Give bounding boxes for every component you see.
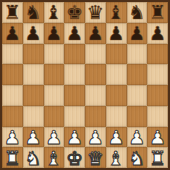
- black-bishop[interactable]: ♝: [45, 2, 62, 22]
- square[interactable]: ♟: [106, 23, 127, 44]
- square[interactable]: ♟: [64, 127, 85, 148]
- black-queen[interactable]: ♛: [87, 2, 104, 22]
- square[interactable]: [2, 85, 23, 106]
- white-bishop[interactable]: ♝: [45, 147, 62, 167]
- square[interactable]: [64, 64, 85, 85]
- black-pawn[interactable]: ♟: [4, 23, 21, 43]
- square[interactable]: ♟: [44, 23, 65, 44]
- white-pawn[interactable]: ♟: [108, 126, 125, 146]
- white-knight[interactable]: ♞: [25, 147, 42, 167]
- black-knight[interactable]: ♞: [25, 2, 42, 22]
- square[interactable]: ♚: [64, 2, 85, 23]
- square[interactable]: [85, 85, 106, 106]
- square[interactable]: [64, 44, 85, 65]
- black-pawn[interactable]: ♟: [108, 23, 125, 43]
- black-pawn[interactable]: ♟: [128, 23, 145, 43]
- black-pawn[interactable]: ♟: [45, 23, 62, 43]
- square[interactable]: ♞: [23, 2, 44, 23]
- square[interactable]: ♜: [2, 2, 23, 23]
- square[interactable]: ♟: [127, 23, 148, 44]
- square[interactable]: [23, 106, 44, 127]
- square[interactable]: [2, 64, 23, 85]
- square[interactable]: [44, 44, 65, 65]
- square[interactable]: ♟: [85, 23, 106, 44]
- white-pawn[interactable]: ♟: [25, 126, 42, 146]
- square[interactable]: ♟: [106, 127, 127, 148]
- square[interactable]: [44, 64, 65, 85]
- square[interactable]: [85, 106, 106, 127]
- chess-board: ♜♞♝♚♛♝♞♜♟♟♟♟♟♟♟♟♟♟♟♟♟♟♟♟♜♞♝♚♛♝♞♜: [0, 0, 170, 170]
- square[interactable]: [44, 85, 65, 106]
- white-pawn[interactable]: ♟: [45, 126, 62, 146]
- square[interactable]: [64, 106, 85, 127]
- square[interactable]: ♞: [127, 147, 148, 168]
- square[interactable]: [85, 64, 106, 85]
- square[interactable]: ♟: [147, 23, 168, 44]
- square[interactable]: [127, 106, 148, 127]
- square[interactable]: [147, 64, 168, 85]
- square[interactable]: ♝: [106, 2, 127, 23]
- square[interactable]: [127, 44, 148, 65]
- square[interactable]: [23, 85, 44, 106]
- square[interactable]: [106, 85, 127, 106]
- square[interactable]: ♟: [127, 127, 148, 148]
- square[interactable]: [23, 44, 44, 65]
- white-pawn[interactable]: ♟: [4, 126, 21, 146]
- square[interactable]: [64, 85, 85, 106]
- square[interactable]: [106, 64, 127, 85]
- square[interactable]: ♟: [44, 127, 65, 148]
- white-king[interactable]: ♚: [66, 147, 83, 167]
- black-rook[interactable]: ♜: [149, 2, 166, 22]
- white-pawn[interactable]: ♟: [66, 126, 83, 146]
- square[interactable]: [85, 44, 106, 65]
- black-pawn[interactable]: ♟: [149, 23, 166, 43]
- square[interactable]: [106, 106, 127, 127]
- square[interactable]: ♝: [106, 147, 127, 168]
- square[interactable]: ♟: [64, 23, 85, 44]
- square[interactable]: ♟: [85, 127, 106, 148]
- square[interactable]: [127, 85, 148, 106]
- square[interactable]: [2, 106, 23, 127]
- white-pawn[interactable]: ♟: [149, 126, 166, 146]
- square[interactable]: [2, 44, 23, 65]
- square[interactable]: ♜: [147, 2, 168, 23]
- square[interactable]: ♝: [44, 147, 65, 168]
- black-pawn[interactable]: ♟: [87, 23, 104, 43]
- square[interactable]: ♚: [64, 147, 85, 168]
- white-rook[interactable]: ♜: [149, 147, 166, 167]
- black-king[interactable]: ♚: [66, 2, 83, 22]
- black-knight[interactable]: ♞: [128, 2, 145, 22]
- square[interactable]: ♝: [44, 2, 65, 23]
- square[interactable]: ♞: [127, 2, 148, 23]
- square[interactable]: ♟: [147, 127, 168, 148]
- square[interactable]: [127, 64, 148, 85]
- square[interactable]: [106, 44, 127, 65]
- square[interactable]: ♜: [147, 147, 168, 168]
- square[interactable]: ♛: [85, 147, 106, 168]
- square[interactable]: ♟: [23, 23, 44, 44]
- white-pawn[interactable]: ♟: [128, 126, 145, 146]
- black-pawn[interactable]: ♟: [66, 23, 83, 43]
- square[interactable]: ♟: [2, 23, 23, 44]
- black-rook[interactable]: ♜: [4, 2, 21, 22]
- square[interactable]: [147, 44, 168, 65]
- square[interactable]: ♞: [23, 147, 44, 168]
- square[interactable]: [23, 64, 44, 85]
- white-knight[interactable]: ♞: [128, 147, 145, 167]
- square[interactable]: ♟: [23, 127, 44, 148]
- white-rook[interactable]: ♜: [4, 147, 21, 167]
- square[interactable]: [44, 106, 65, 127]
- square[interactable]: [147, 106, 168, 127]
- white-bishop[interactable]: ♝: [108, 147, 125, 167]
- square[interactable]: [147, 85, 168, 106]
- square[interactable]: ♛: [85, 2, 106, 23]
- square[interactable]: ♜: [2, 147, 23, 168]
- square[interactable]: ♟: [2, 127, 23, 148]
- black-bishop[interactable]: ♝: [108, 2, 125, 22]
- white-pawn[interactable]: ♟: [87, 126, 104, 146]
- black-pawn[interactable]: ♟: [25, 23, 42, 43]
- white-queen[interactable]: ♛: [87, 147, 104, 167]
